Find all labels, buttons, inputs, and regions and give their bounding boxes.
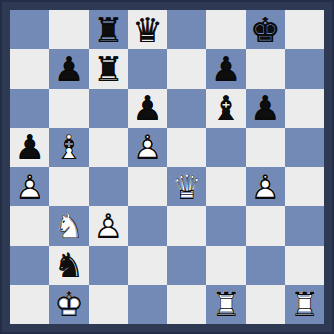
piece-black-pawn[interactable]: ♟♙ xyxy=(49,49,88,88)
square-g6[interactable]: ♟♙ xyxy=(246,89,285,128)
black-king-outline: ♔ xyxy=(246,10,285,49)
square-c6[interactable] xyxy=(89,89,128,128)
piece-black-queen[interactable]: ♛♕ xyxy=(128,10,167,49)
black-rook-outline: ♖ xyxy=(89,10,128,49)
square-b8[interactable] xyxy=(49,10,88,49)
white-queen-outline: ♕ xyxy=(167,167,206,206)
square-e5[interactable] xyxy=(167,128,206,167)
square-a1[interactable] xyxy=(10,285,49,324)
square-c1[interactable] xyxy=(89,285,128,324)
piece-black-knight[interactable]: ♞♘ xyxy=(49,246,88,285)
square-e1[interactable] xyxy=(167,285,206,324)
white-knight-outline: ♘ xyxy=(49,206,88,245)
square-g7[interactable] xyxy=(246,49,285,88)
white-rook-outline: ♖ xyxy=(206,285,245,324)
square-h8[interactable] xyxy=(285,10,324,49)
black-pawn-outline: ♙ xyxy=(246,89,285,128)
black-pawn-outline: ♙ xyxy=(206,49,245,88)
piece-black-pawn[interactable]: ♟♙ xyxy=(10,128,49,167)
square-a6[interactable] xyxy=(10,89,49,128)
square-d6[interactable]: ♟♙ xyxy=(128,89,167,128)
white-pawn-outline: ♙ xyxy=(246,167,285,206)
square-d8[interactable]: ♛♕ xyxy=(128,10,167,49)
square-g5[interactable] xyxy=(246,128,285,167)
square-e8[interactable] xyxy=(167,10,206,49)
white-pawn-outline: ♙ xyxy=(10,167,49,206)
square-f2[interactable] xyxy=(206,246,245,285)
square-e2[interactable] xyxy=(167,246,206,285)
black-bishop-outline: ♗ xyxy=(206,89,245,128)
square-e7[interactable] xyxy=(167,49,206,88)
square-h6[interactable] xyxy=(285,89,324,128)
square-b2[interactable]: ♞♘ xyxy=(49,246,88,285)
square-b1[interactable]: ♚♔ xyxy=(49,285,88,324)
piece-white-bishop[interactable]: ♝♗ xyxy=(49,128,88,167)
square-b3[interactable]: ♞♘ xyxy=(49,206,88,245)
square-c4[interactable] xyxy=(89,167,128,206)
square-d3[interactable] xyxy=(128,206,167,245)
piece-black-king[interactable]: ♚♔ xyxy=(246,10,285,49)
piece-white-rook[interactable]: ♜♖ xyxy=(206,285,245,324)
square-c8[interactable]: ♜♖ xyxy=(89,10,128,49)
square-f5[interactable] xyxy=(206,128,245,167)
square-d5[interactable]: ♟♙ xyxy=(128,128,167,167)
white-pawn-outline: ♙ xyxy=(128,128,167,167)
square-h5[interactable] xyxy=(285,128,324,167)
square-d1[interactable] xyxy=(128,285,167,324)
square-c3[interactable]: ♟♙ xyxy=(89,206,128,245)
square-g8[interactable]: ♚♔ xyxy=(246,10,285,49)
black-rook-outline: ♖ xyxy=(89,49,128,88)
square-f8[interactable] xyxy=(206,10,245,49)
square-d4[interactable] xyxy=(128,167,167,206)
piece-white-queen[interactable]: ♛♕ xyxy=(167,167,206,206)
square-a2[interactable] xyxy=(10,246,49,285)
chess-board-frame: ♜♖♛♕♚♔♟♙♜♖♟♙♟♙♝♗♟♙♟♙♝♗♟♙♟♙♛♕♟♙♞♘♟♙♞♘♚♔♜♖… xyxy=(0,0,334,334)
square-f4[interactable] xyxy=(206,167,245,206)
piece-white-pawn[interactable]: ♟♙ xyxy=(128,128,167,167)
square-e3[interactable] xyxy=(167,206,206,245)
black-pawn-outline: ♙ xyxy=(128,89,167,128)
square-d7[interactable] xyxy=(128,49,167,88)
square-e6[interactable] xyxy=(167,89,206,128)
white-rook-outline: ♖ xyxy=(285,285,324,324)
square-f1[interactable]: ♜♖ xyxy=(206,285,245,324)
piece-black-rook[interactable]: ♜♖ xyxy=(89,49,128,88)
square-e4[interactable]: ♛♕ xyxy=(167,167,206,206)
square-h2[interactable] xyxy=(285,246,324,285)
white-bishop-outline: ♗ xyxy=(49,128,88,167)
square-f6[interactable]: ♝♗ xyxy=(206,89,245,128)
square-h4[interactable] xyxy=(285,167,324,206)
square-b5[interactable]: ♝♗ xyxy=(49,128,88,167)
piece-black-pawn[interactable]: ♟♙ xyxy=(128,89,167,128)
square-b7[interactable]: ♟♙ xyxy=(49,49,88,88)
square-f7[interactable]: ♟♙ xyxy=(206,49,245,88)
chess-board: ♜♖♛♕♚♔♟♙♜♖♟♙♟♙♝♗♟♙♟♙♝♗♟♙♟♙♛♕♟♙♞♘♟♙♞♘♚♔♜♖… xyxy=(10,10,324,324)
square-b6[interactable] xyxy=(49,89,88,128)
piece-white-pawn[interactable]: ♟♙ xyxy=(246,167,285,206)
square-a5[interactable]: ♟♙ xyxy=(10,128,49,167)
black-pawn-outline: ♙ xyxy=(49,49,88,88)
square-g2[interactable] xyxy=(246,246,285,285)
square-h7[interactable] xyxy=(285,49,324,88)
square-c7[interactable]: ♜♖ xyxy=(89,49,128,88)
white-king-outline: ♔ xyxy=(49,285,88,324)
piece-black-bishop[interactable]: ♝♗ xyxy=(206,89,245,128)
square-a8[interactable] xyxy=(10,10,49,49)
black-knight-outline: ♘ xyxy=(49,246,88,285)
black-pawn-outline: ♙ xyxy=(10,128,49,167)
square-c5[interactable] xyxy=(89,128,128,167)
square-g1[interactable] xyxy=(246,285,285,324)
square-a4[interactable]: ♟♙ xyxy=(10,167,49,206)
square-a7[interactable] xyxy=(10,49,49,88)
piece-black-rook[interactable]: ♜♖ xyxy=(89,10,128,49)
piece-black-pawn[interactable]: ♟♙ xyxy=(206,49,245,88)
square-h3[interactable] xyxy=(285,206,324,245)
square-d2[interactable] xyxy=(128,246,167,285)
square-h1[interactable]: ♜♖ xyxy=(285,285,324,324)
piece-white-rook[interactable]: ♜♖ xyxy=(285,285,324,324)
white-pawn-outline: ♙ xyxy=(89,206,128,245)
square-g3[interactable] xyxy=(246,206,285,245)
square-b4[interactable] xyxy=(49,167,88,206)
square-a3[interactable] xyxy=(10,206,49,245)
piece-white-pawn[interactable]: ♟♙ xyxy=(89,206,128,245)
piece-white-king[interactable]: ♚♔ xyxy=(49,285,88,324)
piece-white-pawn[interactable]: ♟♙ xyxy=(10,167,49,206)
square-f3[interactable] xyxy=(206,206,245,245)
piece-white-knight[interactable]: ♞♘ xyxy=(49,206,88,245)
square-c2[interactable] xyxy=(89,246,128,285)
piece-black-pawn[interactable]: ♟♙ xyxy=(246,89,285,128)
black-queen-outline: ♕ xyxy=(128,10,167,49)
square-g4[interactable]: ♟♙ xyxy=(246,167,285,206)
